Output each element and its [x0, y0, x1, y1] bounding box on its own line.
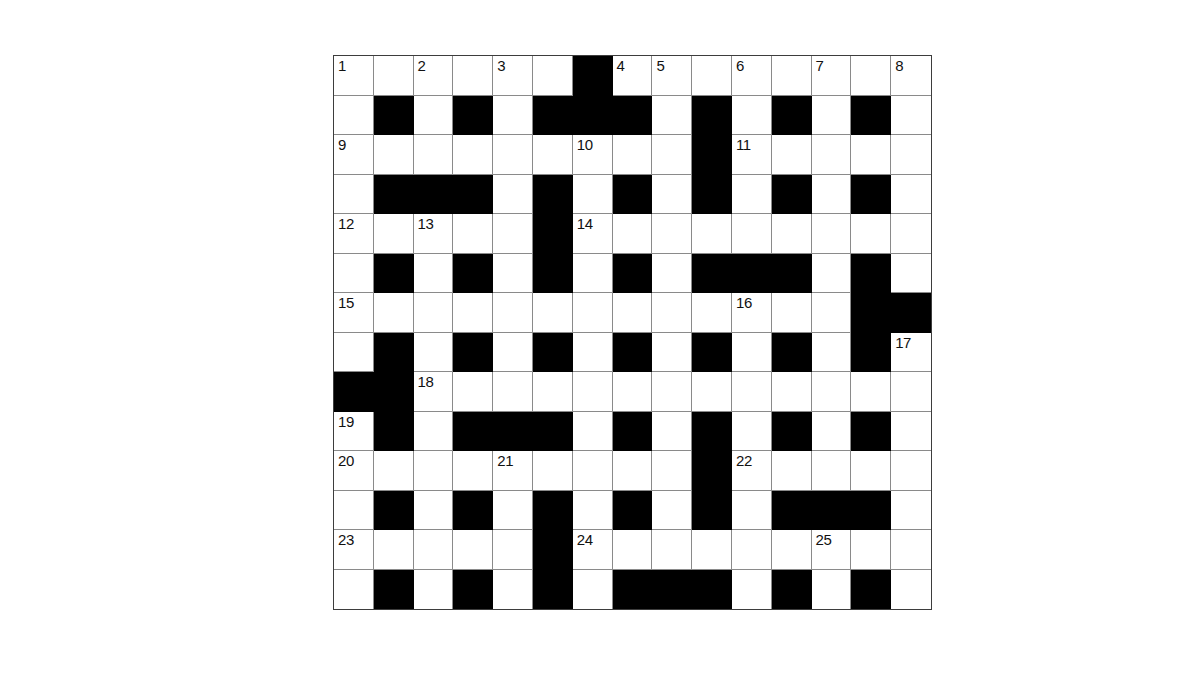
black-cell-r10c2: [374, 412, 414, 452]
cell-r6c13[interactable]: [812, 254, 852, 294]
cell-r10c7[interactable]: [573, 412, 613, 452]
cell-r11c1[interactable]: 20: [334, 451, 374, 491]
cell-r3c12[interactable]: [772, 135, 812, 175]
cell-r7c7[interactable]: [573, 293, 613, 333]
cell-r11c4[interactable]: [453, 451, 493, 491]
clue-number-2: 2: [418, 58, 426, 73]
cell-r8c7[interactable]: [573, 333, 613, 373]
black-cell-r4c10: [692, 175, 732, 215]
cell-r14c3[interactable]: [414, 570, 454, 610]
black-cell-r10c6: [533, 412, 573, 452]
black-cell-r12c12: [772, 491, 812, 531]
cell-r2c13[interactable]: [812, 96, 852, 136]
clue-number-18: 18: [418, 374, 434, 389]
cell-r4c7[interactable]: [573, 175, 613, 215]
black-cell-r8c8: [613, 333, 653, 373]
cell-r13c10[interactable]: [692, 530, 732, 570]
clue-number-13: 13: [418, 216, 434, 231]
cell-r5c4[interactable]: [453, 214, 493, 254]
cell-r8c11[interactable]: [732, 333, 772, 373]
cell-r3c4[interactable]: [453, 135, 493, 175]
cell-r12c3[interactable]: [414, 491, 454, 531]
cell-r7c4[interactable]: [453, 293, 493, 333]
cell-r5c10[interactable]: [692, 214, 732, 254]
cell-r14c1[interactable]: [334, 570, 374, 610]
cell-r1c11[interactable]: 6: [732, 56, 772, 96]
clue-number-12: 12: [338, 216, 354, 231]
cell-r13c5[interactable]: [493, 530, 533, 570]
cell-r10c13[interactable]: [812, 412, 852, 452]
cell-r11c7[interactable]: [573, 451, 613, 491]
cell-r3c6[interactable]: [533, 135, 573, 175]
clue-number-19: 19: [338, 414, 354, 429]
black-cell-r11c10: [692, 451, 732, 491]
cell-r2c15[interactable]: [891, 96, 931, 136]
black-cell-r10c8: [613, 412, 653, 452]
cell-r1c4[interactable]: [453, 56, 493, 96]
cell-r9c12[interactable]: [772, 372, 812, 412]
black-cell-r10c14: [851, 412, 891, 452]
cell-r1c12[interactable]: [772, 56, 812, 96]
black-cell-r14c8: [613, 570, 653, 610]
cell-r7c5[interactable]: [493, 293, 533, 333]
cell-r9c10[interactable]: [692, 372, 732, 412]
cell-r13c14[interactable]: [851, 530, 891, 570]
clue-number-1: 1: [338, 58, 346, 73]
cell-r1c13[interactable]: 7: [812, 56, 852, 96]
cell-r7c6[interactable]: [533, 293, 573, 333]
cell-r13c11[interactable]: [732, 530, 772, 570]
cell-r11c8[interactable]: [613, 451, 653, 491]
black-cell-r14c12: [772, 570, 812, 610]
cell-r3c5[interactable]: [493, 135, 533, 175]
cell-r1c10[interactable]: [692, 56, 732, 96]
cell-r1c1[interactable]: 1: [334, 56, 374, 96]
cell-r5c13[interactable]: [812, 214, 852, 254]
clue-number-7: 7: [816, 58, 824, 73]
cell-r10c9[interactable]: [652, 412, 692, 452]
cell-r11c14[interactable]: [851, 451, 891, 491]
black-cell-r14c14: [851, 570, 891, 610]
cell-r12c1[interactable]: [334, 491, 374, 531]
black-cell-r2c7: [573, 96, 613, 136]
black-cell-r4c3: [414, 175, 454, 215]
cell-r8c13[interactable]: [812, 333, 852, 373]
cell-r6c7[interactable]: [573, 254, 613, 294]
cell-r2c3[interactable]: [414, 96, 454, 136]
black-cell-r6c12: [772, 254, 812, 294]
cell-r9c7[interactable]: [573, 372, 613, 412]
cell-r4c1[interactable]: [334, 175, 374, 215]
clue-number-11: 11: [736, 137, 751, 152]
cell-r8c15[interactable]: 17: [891, 333, 931, 373]
cell-r4c13[interactable]: [812, 175, 852, 215]
cell-r1c5[interactable]: 3: [493, 56, 533, 96]
black-cell-r2c12: [772, 96, 812, 136]
cell-r3c9[interactable]: [652, 135, 692, 175]
cell-r14c5[interactable]: [493, 570, 533, 610]
black-cell-r7c15: [891, 293, 931, 333]
black-cell-r14c6: [533, 570, 573, 610]
cell-r3c14[interactable]: [851, 135, 891, 175]
black-cell-r6c10: [692, 254, 732, 294]
black-cell-r9c1: [334, 372, 374, 412]
cell-r10c11[interactable]: [732, 412, 772, 452]
cell-r11c12[interactable]: [772, 451, 812, 491]
cell-r9c4[interactable]: [453, 372, 493, 412]
cell-r11c3[interactable]: [414, 451, 454, 491]
cell-r4c5[interactable]: [493, 175, 533, 215]
black-cell-r12c4: [453, 491, 493, 531]
black-cell-r13c6: [533, 530, 573, 570]
clue-number-23: 23: [338, 532, 354, 547]
black-cell-r12c2: [374, 491, 414, 531]
cell-r5c12[interactable]: [772, 214, 812, 254]
black-cell-r6c8: [613, 254, 653, 294]
clue-number-21: 21: [497, 453, 513, 468]
black-cell-r14c9: [652, 570, 692, 610]
black-cell-r1c7: [573, 56, 613, 96]
clue-number-8: 8: [895, 58, 903, 73]
clue-number-20: 20: [338, 453, 354, 468]
cell-r3c7[interactable]: 10: [573, 135, 613, 175]
cell-r5c9[interactable]: [652, 214, 692, 254]
clue-number-3: 3: [497, 58, 505, 73]
cell-r5c1[interactable]: 12: [334, 214, 374, 254]
cell-r7c1[interactable]: 15: [334, 293, 374, 333]
cell-r12c9[interactable]: [652, 491, 692, 531]
cell-r3c2[interactable]: [374, 135, 414, 175]
clue-number-24: 24: [577, 532, 593, 547]
black-cell-r8c2: [374, 333, 414, 373]
black-cell-r6c4: [453, 254, 493, 294]
cell-r7c8[interactable]: [613, 293, 653, 333]
cell-r9c6[interactable]: [533, 372, 573, 412]
black-cell-r12c6: [533, 491, 573, 531]
cell-r1c8[interactable]: 4: [613, 56, 653, 96]
clue-number-22: 22: [736, 453, 752, 468]
black-cell-r10c4: [453, 412, 493, 452]
cell-r3c15[interactable]: [891, 135, 931, 175]
cell-r14c11[interactable]: [732, 570, 772, 610]
cell-r3c13[interactable]: [812, 135, 852, 175]
black-cell-r8c14: [851, 333, 891, 373]
black-cell-r2c4: [453, 96, 493, 136]
clue-number-4: 4: [617, 58, 625, 73]
cell-r14c15[interactable]: [891, 570, 931, 610]
cell-r7c2[interactable]: [374, 293, 414, 333]
black-cell-r2c14: [851, 96, 891, 136]
black-cell-r14c4: [453, 570, 493, 610]
cell-r12c15[interactable]: [891, 491, 931, 531]
cell-r13c12[interactable]: [772, 530, 812, 570]
black-cell-r2c10: [692, 96, 732, 136]
black-cell-r7c14: [851, 293, 891, 333]
cell-r5c11[interactable]: [732, 214, 772, 254]
black-cell-r4c6: [533, 175, 573, 215]
cell-r1c2[interactable]: [374, 56, 414, 96]
black-cell-r6c6: [533, 254, 573, 294]
cell-r3c11[interactable]: 11: [732, 135, 772, 175]
cell-r13c9[interactable]: [652, 530, 692, 570]
cell-r12c7[interactable]: [573, 491, 613, 531]
cell-r5c14[interactable]: [851, 214, 891, 254]
cell-r6c3[interactable]: [414, 254, 454, 294]
black-cell-r12c8: [613, 491, 653, 531]
cell-r13c2[interactable]: [374, 530, 414, 570]
black-cell-r4c14: [851, 175, 891, 215]
cell-r5c8[interactable]: [613, 214, 653, 254]
cell-r6c1[interactable]: [334, 254, 374, 294]
cell-r8c9[interactable]: [652, 333, 692, 373]
cell-r2c1[interactable]: [334, 96, 374, 136]
cell-r2c5[interactable]: [493, 96, 533, 136]
cell-r7c13[interactable]: [812, 293, 852, 333]
cell-r4c15[interactable]: [891, 175, 931, 215]
black-cell-r6c14: [851, 254, 891, 294]
black-cell-r2c8: [613, 96, 653, 136]
black-cell-r6c11: [732, 254, 772, 294]
cell-r4c11[interactable]: [732, 175, 772, 215]
cell-r9c5[interactable]: [493, 372, 533, 412]
clue-number-16: 16: [736, 295, 752, 310]
cell-r13c15[interactable]: [891, 530, 931, 570]
cell-r6c9[interactable]: [652, 254, 692, 294]
black-cell-r10c10: [692, 412, 732, 452]
black-cell-r4c2: [374, 175, 414, 215]
cell-r11c9[interactable]: [652, 451, 692, 491]
cell-r5c3[interactable]: 13: [414, 214, 454, 254]
black-cell-r8c4: [453, 333, 493, 373]
cell-r7c9[interactable]: [652, 293, 692, 333]
clue-number-14: 14: [577, 216, 593, 231]
cell-r12c5[interactable]: [493, 491, 533, 531]
cell-r13c13[interactable]: 25: [812, 530, 852, 570]
cell-r11c6[interactable]: [533, 451, 573, 491]
cell-r1c9[interactable]: 5: [652, 56, 692, 96]
black-cell-r4c8: [613, 175, 653, 215]
cell-r9c3[interactable]: 18: [414, 372, 454, 412]
clue-number-15: 15: [338, 295, 354, 310]
clue-number-9: 9: [338, 137, 346, 152]
clue-number-6: 6: [736, 58, 744, 73]
cell-r11c13[interactable]: [812, 451, 852, 491]
black-cell-r14c10: [692, 570, 732, 610]
black-cell-r12c10: [692, 491, 732, 531]
cell-r13c3[interactable]: [414, 530, 454, 570]
clue-number-10: 10: [577, 137, 593, 152]
cell-r13c4[interactable]: [453, 530, 493, 570]
cell-r10c15[interactable]: [891, 412, 931, 452]
cell-r1c15[interactable]: 8: [891, 56, 931, 96]
cell-r7c12[interactable]: [772, 293, 812, 333]
black-cell-r4c12: [772, 175, 812, 215]
black-cell-r10c12: [772, 412, 812, 452]
cell-r9c11[interactable]: [732, 372, 772, 412]
cell-r14c7[interactable]: [573, 570, 613, 610]
cell-r7c10[interactable]: [692, 293, 732, 333]
cell-r11c2[interactable]: [374, 451, 414, 491]
cell-r2c11[interactable]: [732, 96, 772, 136]
black-cell-r12c13: [812, 491, 852, 531]
black-cell-r6c2: [374, 254, 414, 294]
cell-r11c15[interactable]: [891, 451, 931, 491]
cell-r10c3[interactable]: [414, 412, 454, 452]
cell-r9c15[interactable]: [891, 372, 931, 412]
cell-r1c6[interactable]: [533, 56, 573, 96]
cell-r1c14[interactable]: [851, 56, 891, 96]
cell-r14c13[interactable]: [812, 570, 852, 610]
cell-r8c1[interactable]: [334, 333, 374, 373]
cell-r8c3[interactable]: [414, 333, 454, 373]
clue-number-5: 5: [656, 58, 664, 73]
black-cell-r12c14: [851, 491, 891, 531]
cell-r5c5[interactable]: [493, 214, 533, 254]
cell-r5c7[interactable]: 14: [573, 214, 613, 254]
cell-r4c9[interactable]: [652, 175, 692, 215]
cell-r13c1[interactable]: 23: [334, 530, 374, 570]
black-cell-r8c10: [692, 333, 732, 373]
black-cell-r4c4: [453, 175, 493, 215]
cell-r9c8[interactable]: [613, 372, 653, 412]
black-cell-r2c2: [374, 96, 414, 136]
clue-number-17: 17: [895, 335, 911, 350]
cell-r12c11[interactable]: [732, 491, 772, 531]
black-cell-r2c6: [533, 96, 573, 136]
cell-r2c9[interactable]: [652, 96, 692, 136]
black-cell-r8c6: [533, 333, 573, 373]
cell-r3c3[interactable]: [414, 135, 454, 175]
cell-r13c7[interactable]: 24: [573, 530, 613, 570]
cell-r5c2[interactable]: [374, 214, 414, 254]
black-cell-r3c10: [692, 135, 732, 175]
cell-r7c11[interactable]: 16: [732, 293, 772, 333]
cell-r1c3[interactable]: 2: [414, 56, 454, 96]
cell-r10c1[interactable]: 19: [334, 412, 374, 452]
cell-r11c11[interactable]: 22: [732, 451, 772, 491]
black-cell-r10c5: [493, 412, 533, 452]
cell-r7c3[interactable]: [414, 293, 454, 333]
cell-r9c13[interactable]: [812, 372, 852, 412]
black-cell-r14c2: [374, 570, 414, 610]
crossword-grid: 1234567891011121314151617181920212223242…: [333, 55, 932, 610]
cell-r6c15[interactable]: [891, 254, 931, 294]
clue-number-25: 25: [816, 532, 832, 547]
cell-r9c9[interactable]: [652, 372, 692, 412]
cell-r8c5[interactable]: [493, 333, 533, 373]
black-cell-r9c2: [374, 372, 414, 412]
cell-r13c8[interactable]: [613, 530, 653, 570]
cell-r5c15[interactable]: [891, 214, 931, 254]
cell-r3c8[interactable]: [613, 135, 653, 175]
cell-r3c1[interactable]: 9: [334, 135, 374, 175]
cell-r6c5[interactable]: [493, 254, 533, 294]
black-cell-r5c6: [533, 214, 573, 254]
cell-r9c14[interactable]: [851, 372, 891, 412]
black-cell-r8c12: [772, 333, 812, 373]
cell-r11c5[interactable]: 21: [493, 451, 533, 491]
